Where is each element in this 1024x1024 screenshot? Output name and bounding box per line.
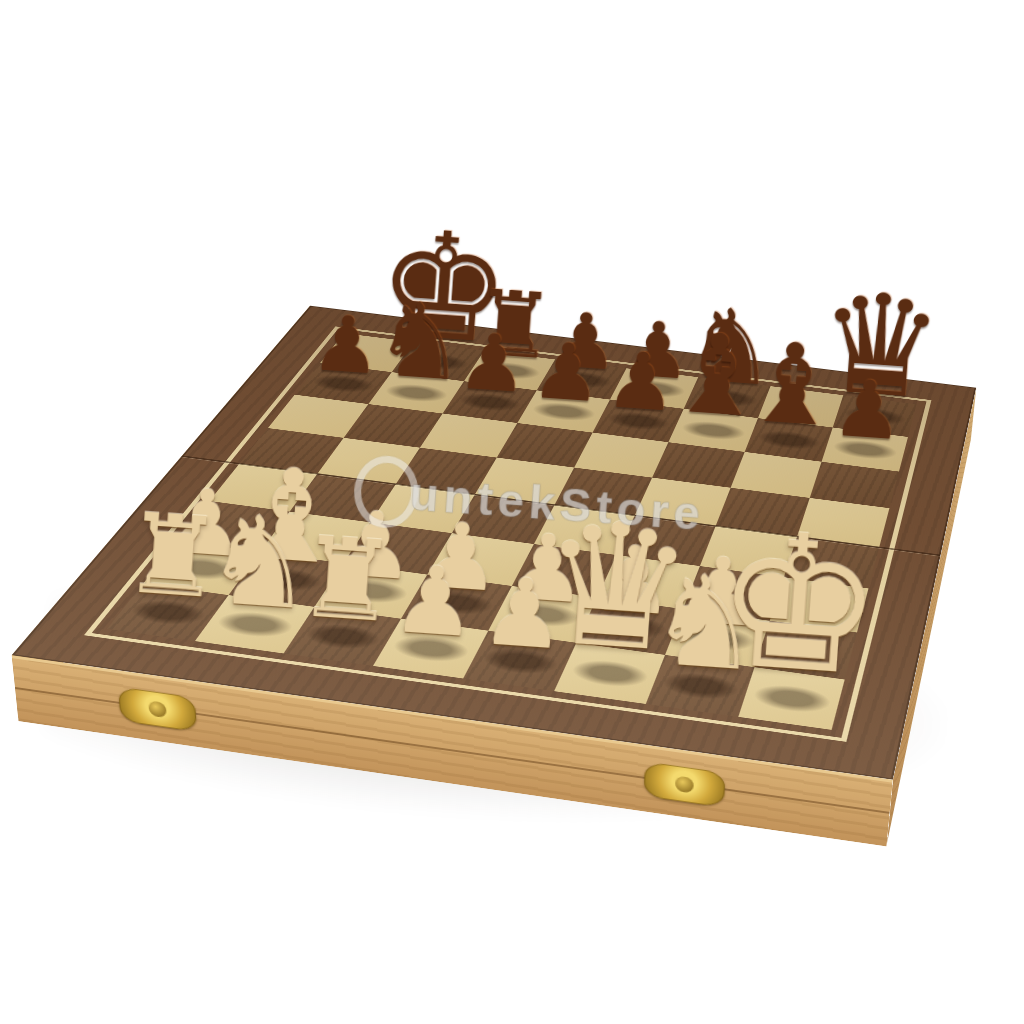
- white-king-icon: ♚: [679, 504, 918, 705]
- perspective-scene: ♚♜♟♟♞♛♟♞♟♟♟♝♝♟♟♝♟♟♟♟♟♜♞♜♟♟♛♞♚: [0, 0, 1024, 1024]
- brass-latch-right: [644, 761, 726, 807]
- chess-board: ♚♜♟♟♞♛♟♞♟♟♟♝♝♟♟♝♟♟♟♟♟♜♞♜♟♟♛♞♚: [12, 306, 977, 780]
- camera-roll-wrapper: ♚♜♟♟♞♛♟♞♟♟♟♝♝♟♟♝♟♟♟♟♟♜♞♜♟♟♛♞♚ untekStore: [0, 0, 1024, 1024]
- product-photo-scene: ♚♜♟♟♞♛♟♞♟♟♟♝♝♟♟♝♟♟♟♟♟♜♞♜♟♟♛♞♚ untekStore: [0, 0, 1024, 1024]
- brass-latch-left: [118, 687, 197, 732]
